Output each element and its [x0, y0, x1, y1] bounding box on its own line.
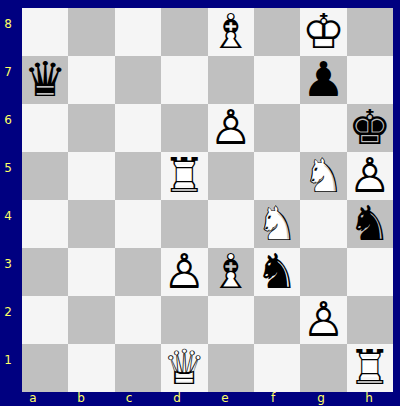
square-h6[interactable]: ♚ [347, 104, 393, 152]
white-piece-outline: ♘ [256, 199, 299, 247]
square-e5[interactable] [208, 152, 254, 200]
white-knight[interactable]: ♞♘ [300, 152, 346, 200]
white-piece-outline: ♕ [163, 343, 206, 391]
square-b7[interactable] [68, 56, 114, 104]
white-pawn[interactable]: ♟♙ [161, 248, 207, 296]
square-a4[interactable] [22, 200, 68, 248]
chess-board: ♝♗♚♔♛♟♟♙♚♜♖♞♘♟♙♞♘♞♟♙♝♗♞♟♙♛♕♜♖ [22, 8, 393, 392]
square-a7[interactable]: ♛ [22, 56, 68, 104]
square-a8[interactable] [22, 8, 68, 56]
square-g2[interactable]: ♟♙ [300, 296, 346, 344]
square-f7[interactable] [254, 56, 300, 104]
square-d6[interactable] [161, 104, 207, 152]
square-f6[interactable] [254, 104, 300, 152]
square-h8[interactable] [347, 8, 393, 56]
square-b4[interactable] [68, 200, 114, 248]
file-label-h: h [365, 392, 373, 406]
square-a5[interactable] [22, 152, 68, 200]
square-f1[interactable] [254, 344, 300, 392]
square-g5[interactable]: ♞♘ [300, 152, 346, 200]
square-b3[interactable] [68, 248, 114, 296]
black-piece-glyph: ♛ [24, 55, 67, 103]
square-e4[interactable] [208, 200, 254, 248]
square-g1[interactable] [300, 344, 346, 392]
square-b5[interactable] [68, 152, 114, 200]
square-e6[interactable]: ♟♙ [208, 104, 254, 152]
square-c3[interactable] [115, 248, 161, 296]
square-e1[interactable] [208, 344, 254, 392]
white-piece-outline: ♙ [302, 295, 345, 343]
white-knight[interactable]: ♞♘ [254, 200, 300, 248]
rank-label-1: 1 [0, 354, 16, 366]
white-piece-outline: ♖ [163, 151, 206, 199]
square-b8[interactable] [68, 8, 114, 56]
square-d3[interactable]: ♟♙ [161, 248, 207, 296]
black-knight[interactable]: ♞ [254, 248, 300, 296]
square-h3[interactable] [347, 248, 393, 296]
square-d5[interactable]: ♜♖ [161, 152, 207, 200]
white-piece-outline: ♘ [302, 151, 345, 199]
square-c4[interactable] [115, 200, 161, 248]
square-d1[interactable]: ♛♕ [161, 344, 207, 392]
black-piece-glyph: ♚ [348, 103, 391, 151]
square-a1[interactable] [22, 344, 68, 392]
rank-label-7: 7 [0, 66, 16, 78]
square-e8[interactable]: ♝♗ [208, 8, 254, 56]
square-a2[interactable] [22, 296, 68, 344]
square-c7[interactable] [115, 56, 161, 104]
square-h2[interactable] [347, 296, 393, 344]
square-c1[interactable] [115, 344, 161, 392]
white-rook[interactable]: ♜♖ [347, 344, 393, 392]
square-h7[interactable] [347, 56, 393, 104]
square-c6[interactable] [115, 104, 161, 152]
square-f5[interactable] [254, 152, 300, 200]
white-pawn[interactable]: ♟♙ [347, 152, 393, 200]
square-h5[interactable]: ♟♙ [347, 152, 393, 200]
black-piece-glyph: ♟ [302, 55, 345, 103]
square-f8[interactable] [254, 8, 300, 56]
square-g6[interactable] [300, 104, 346, 152]
square-g3[interactable] [300, 248, 346, 296]
rank-label-8: 8 [0, 18, 16, 30]
black-piece-glyph: ♞ [256, 247, 299, 295]
square-b6[interactable] [68, 104, 114, 152]
white-king[interactable]: ♚♔ [300, 8, 346, 56]
white-piece-outline: ♗ [209, 7, 252, 55]
square-e2[interactable] [208, 296, 254, 344]
rank-label-4: 4 [0, 210, 16, 222]
square-e3[interactable]: ♝♗ [208, 248, 254, 296]
square-c8[interactable] [115, 8, 161, 56]
rank-label-2: 2 [0, 306, 16, 318]
square-g7[interactable]: ♟ [300, 56, 346, 104]
file-label-b: b [77, 392, 85, 406]
square-a3[interactable] [22, 248, 68, 296]
square-f3[interactable]: ♞ [254, 248, 300, 296]
square-h1[interactable]: ♜♖ [347, 344, 393, 392]
black-piece-glyph: ♞ [348, 199, 391, 247]
file-label-c: c [126, 392, 133, 406]
white-pawn[interactable]: ♟♙ [300, 296, 346, 344]
black-knight[interactable]: ♞ [347, 200, 393, 248]
white-piece-outline: ♙ [209, 103, 252, 151]
square-f2[interactable] [254, 296, 300, 344]
square-g4[interactable] [300, 200, 346, 248]
rank-label-3: 3 [0, 258, 16, 270]
file-label-a: a [29, 392, 36, 406]
white-piece-outline: ♙ [348, 151, 391, 199]
square-e7[interactable] [208, 56, 254, 104]
white-bishop[interactable]: ♝♗ [208, 8, 254, 56]
white-queen[interactable]: ♛♕ [161, 344, 207, 392]
square-b1[interactable] [68, 344, 114, 392]
file-label-e: e [221, 392, 228, 406]
square-b2[interactable] [68, 296, 114, 344]
chess-diagram: ♝♗♚♔♛♟♟♙♚♜♖♞♘♟♙♞♘♞♟♙♝♗♞♟♙♛♕♜♖ 87654321 a… [0, 0, 400, 406]
black-queen[interactable]: ♛ [22, 56, 68, 104]
square-d2[interactable] [161, 296, 207, 344]
file-label-d: d [173, 392, 181, 406]
file-label-g: g [317, 392, 325, 406]
rank-label-5: 5 [0, 162, 16, 174]
square-d8[interactable] [161, 8, 207, 56]
white-piece-outline: ♖ [348, 343, 391, 391]
white-piece-outline: ♗ [209, 247, 252, 295]
white-pawn[interactable]: ♟♙ [208, 104, 254, 152]
black-king[interactable]: ♚ [347, 104, 393, 152]
square-d4[interactable] [161, 200, 207, 248]
rank-label-6: 6 [0, 114, 16, 126]
square-d7[interactable] [161, 56, 207, 104]
white-piece-outline: ♙ [163, 247, 206, 295]
square-f4[interactable]: ♞♘ [254, 200, 300, 248]
square-g8[interactable]: ♚♔ [300, 8, 346, 56]
square-c5[interactable] [115, 152, 161, 200]
white-rook[interactable]: ♜♖ [161, 152, 207, 200]
white-piece-outline: ♔ [302, 7, 345, 55]
square-a6[interactable] [22, 104, 68, 152]
square-h4[interactable]: ♞ [347, 200, 393, 248]
white-bishop[interactable]: ♝♗ [208, 248, 254, 296]
black-pawn[interactable]: ♟ [300, 56, 346, 104]
square-c2[interactable] [115, 296, 161, 344]
file-label-f: f [271, 392, 275, 406]
